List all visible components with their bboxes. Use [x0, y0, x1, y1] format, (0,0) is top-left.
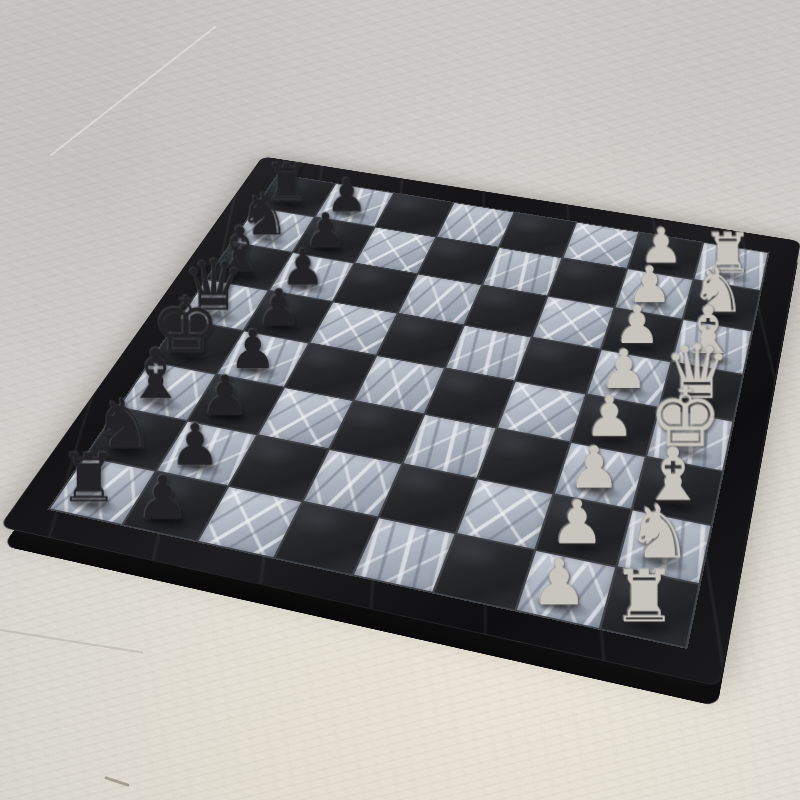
square-e6[interactable] — [286, 344, 376, 400]
square-c4[interactable] — [465, 286, 546, 337]
piece-white-rook[interactable]: ♜ — [612, 560, 677, 633]
piece-black-rook[interactable]: ♜ — [59, 445, 119, 512]
piece-white-pawn[interactable]: ♟ — [531, 551, 588, 614]
piece-black-pawn[interactable]: ♟ — [136, 468, 190, 528]
piece-white-pawn[interactable]: ♟ — [550, 492, 604, 553]
